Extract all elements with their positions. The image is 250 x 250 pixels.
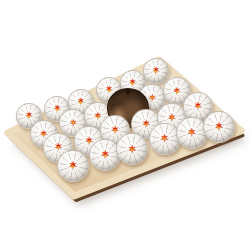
red-star-icon: ✶ [129,78,137,87]
red-star-icon: ✶ [94,111,102,121]
glass-button-r1c6: ✶ [143,58,169,84]
red-star-icon: ✶ [54,142,63,153]
red-star-icon: ✶ [152,66,160,75]
red-star-icon: ✶ [160,133,170,144]
red-star-icon: ✶ [69,118,77,128]
red-star-icon: ✶ [194,101,203,112]
photo-stage: ✶✶✶✶✶✶✶✶✶✶✶✶✶✶✶✶✶✶✶✶✶✶✶✶ [0,0,250,250]
glass-button-r4c1: ✶ [57,150,89,182]
red-star-icon: ✶ [168,113,177,124]
red-star-icon: ✶ [187,127,197,138]
red-star-icon: ✶ [77,97,85,106]
red-star-icon: ✶ [142,119,151,130]
red-star-icon: ✶ [148,93,156,103]
red-star-icon: ✶ [128,144,138,155]
red-star-icon: ✶ [214,121,224,132]
red-star-icon: ✶ [68,160,78,171]
red-star-icon: ✶ [100,149,110,160]
glass-button-r4c6: ✶ [203,111,235,143]
red-star-icon: ✶ [25,111,33,120]
red-star-icon: ✶ [173,86,181,96]
red-star-icon: ✶ [54,104,62,113]
red-star-icon: ✶ [111,125,120,136]
